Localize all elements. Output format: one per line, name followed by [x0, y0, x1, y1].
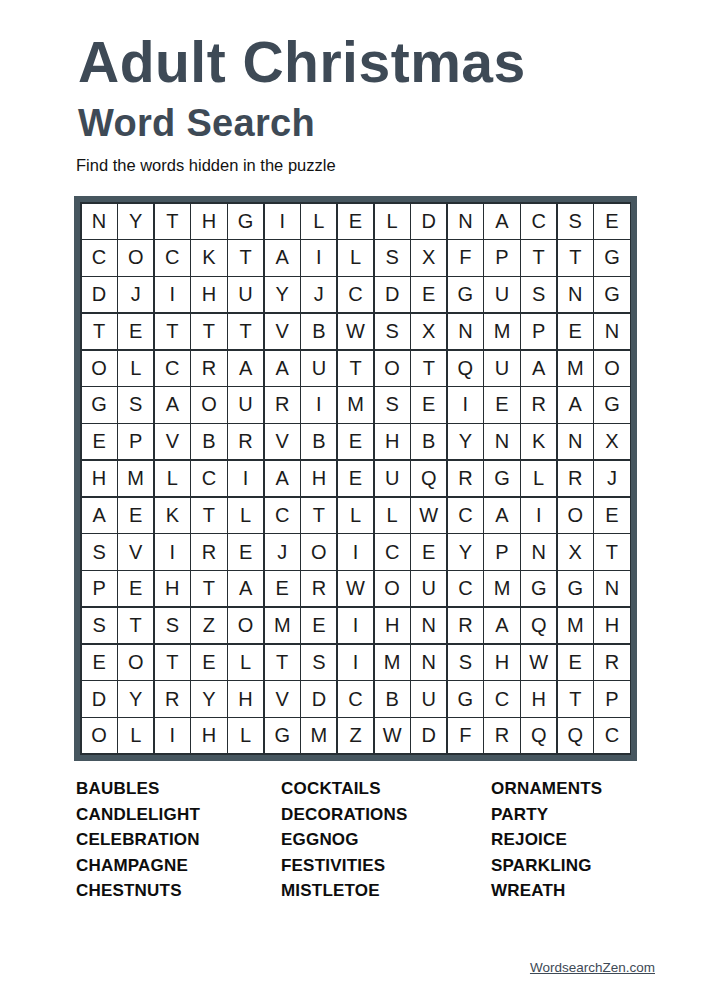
grid-cell[interactable]: U	[228, 387, 263, 422]
grid-cell[interactable]: I	[155, 534, 190, 569]
grid-cell[interactable]: T	[594, 534, 629, 569]
word-list-item: CELEBRATION	[76, 827, 281, 853]
word-grid: NYTHGILELDNACSECOCKTAILSXFPTTGDJIHUYJCDE…	[80, 202, 631, 755]
grid-cell[interactable]: F	[448, 718, 483, 753]
grid-cell[interactable]: X	[558, 534, 593, 569]
grid-cell[interactable]: E	[118, 314, 153, 349]
grid-cell[interactable]: E	[594, 498, 629, 533]
grid-cell[interactable]: N	[594, 314, 629, 349]
grid-cell[interactable]: A	[228, 571, 263, 606]
grid-cell[interactable]: I	[155, 277, 190, 312]
grid-cell[interactable]: D	[411, 204, 446, 239]
grid-cell[interactable]: J	[301, 277, 336, 312]
grid-cell[interactable]: U	[301, 351, 336, 386]
grid-cell[interactable]: T	[411, 351, 446, 386]
grid-cell[interactable]: M	[301, 718, 336, 753]
grid-cell[interactable]: B	[191, 424, 226, 459]
grid-cell[interactable]: L	[228, 645, 263, 680]
grid-cell[interactable]: C	[82, 240, 117, 275]
grid-cell[interactable]: U	[411, 571, 446, 606]
grid-cell[interactable]: R	[301, 571, 336, 606]
grid-cell[interactable]: H	[484, 645, 519, 680]
grid-cell[interactable]: H	[375, 608, 410, 643]
grid-cell[interactable]: I	[338, 645, 373, 680]
grid-cell[interactable]: Y	[265, 277, 300, 312]
grid-cell[interactable]: O	[375, 571, 410, 606]
grid-cell[interactable]: H	[155, 571, 190, 606]
grid-cell[interactable]: W	[375, 718, 410, 753]
grid-cell[interactable]: D	[82, 681, 117, 716]
grid-cell[interactable]: A	[155, 387, 190, 422]
grid-cell[interactable]: I	[338, 608, 373, 643]
grid-cell[interactable]: N	[411, 645, 446, 680]
grid-cell[interactable]: C	[375, 534, 410, 569]
grid-cell[interactable]: L	[118, 718, 153, 753]
grid-cell[interactable]: Q	[558, 718, 593, 753]
grid-cell[interactable]: T	[82, 314, 117, 349]
grid-cell[interactable]: M	[558, 608, 593, 643]
grid-cell[interactable]: R	[484, 718, 519, 753]
grid-cell[interactable]: O	[558, 498, 593, 533]
grid-cell[interactable]: V	[265, 424, 300, 459]
grid-cell[interactable]: K	[191, 240, 226, 275]
grid-cell[interactable]: C	[265, 498, 300, 533]
grid-cell[interactable]: S	[521, 277, 556, 312]
grid-cell[interactable]: A	[228, 351, 263, 386]
grid-cell[interactable]: N	[521, 534, 556, 569]
grid-cell[interactable]: E	[558, 314, 593, 349]
grid-cell[interactable]: H	[228, 681, 263, 716]
grid-cell[interactable]: I	[228, 461, 263, 496]
word-list-column: COCKTAILSDECORATIONSEGGNOGFESTIVITIESMIS…	[281, 776, 491, 904]
grid-cell[interactable]: N	[82, 204, 117, 239]
grid-cell[interactable]: H	[521, 681, 556, 716]
grid-cell[interactable]: U	[484, 277, 519, 312]
word-list: BAUBLESCANDLELIGHTCELEBRATIONCHAMPAGNECH…	[76, 776, 656, 904]
grid-cell[interactable]: S	[558, 204, 593, 239]
grid-cell[interactable]: E	[338, 424, 373, 459]
grid-cell[interactable]: V	[155, 424, 190, 459]
grid-cell[interactable]: E	[265, 571, 300, 606]
grid-cell[interactable]: W	[411, 498, 446, 533]
grid-cell[interactable]: T	[521, 240, 556, 275]
grid-cell[interactable]: I	[265, 204, 300, 239]
word-list-item: ORNAMENTS	[491, 776, 656, 802]
grid-cell[interactable]: M	[265, 608, 300, 643]
grid-cell[interactable]: L	[521, 461, 556, 496]
grid-cell[interactable]: B	[301, 314, 336, 349]
grid-cell[interactable]: Q	[521, 608, 556, 643]
grid-cell[interactable]: N	[448, 204, 483, 239]
grid-cell[interactable]: U	[411, 681, 446, 716]
grid-cell[interactable]: T	[191, 498, 226, 533]
grid-cell[interactable]: L	[375, 204, 410, 239]
grid-cell[interactable]: B	[375, 681, 410, 716]
grid-cell[interactable]: L	[338, 498, 373, 533]
grid-cell[interactable]: P	[118, 424, 153, 459]
grid-cell[interactable]: L	[228, 718, 263, 753]
word-list-item: PARTY	[491, 802, 656, 828]
grid-cell[interactable]: E	[411, 534, 446, 569]
grid-cell[interactable]: T	[558, 681, 593, 716]
grid-cell[interactable]: A	[558, 387, 593, 422]
grid-cell[interactable]: D	[82, 277, 117, 312]
grid-cell[interactable]: E	[82, 645, 117, 680]
grid-cell[interactable]: R	[448, 608, 483, 643]
grid-cell[interactable]: O	[82, 718, 117, 753]
grid-cell[interactable]: I	[301, 240, 336, 275]
grid-cell[interactable]: A	[521, 351, 556, 386]
word-list-item: FESTIVITIES	[281, 853, 491, 879]
grid-cell[interactable]: Y	[448, 424, 483, 459]
grid-cell[interactable]: E	[411, 277, 446, 312]
grid-cell[interactable]: J	[594, 461, 629, 496]
grid-cell[interactable]: S	[155, 608, 190, 643]
footer-link[interactable]: WordsearchZen.com	[530, 960, 655, 975]
grid-cell[interactable]: P	[594, 681, 629, 716]
grid-cell[interactable]: I	[155, 718, 190, 753]
grid-cell[interactable]: O	[375, 351, 410, 386]
grid-cell[interactable]: C	[521, 204, 556, 239]
grid-cell[interactable]: C	[338, 681, 373, 716]
grid-cell[interactable]: H	[594, 608, 629, 643]
grid-cell[interactable]: L	[301, 204, 336, 239]
grid-cell[interactable]: S	[82, 608, 117, 643]
grid-cell[interactable]: K	[155, 498, 190, 533]
word-list-item: REJOICE	[491, 827, 656, 853]
grid-cell[interactable]: P	[521, 314, 556, 349]
grid-cell[interactable]: S	[375, 240, 410, 275]
word-list-item: EGGNOG	[281, 827, 491, 853]
grid-cell[interactable]: S	[375, 314, 410, 349]
grid-cell[interactable]: E	[338, 204, 373, 239]
grid-cell[interactable]: L	[338, 240, 373, 275]
grid-cell[interactable]: M	[484, 571, 519, 606]
grid-cell[interactable]: I	[338, 534, 373, 569]
word-list-item: MISTLETOE	[281, 878, 491, 904]
grid-cell[interactable]: A	[265, 461, 300, 496]
worksheet-header: Adult Christmas Word Search Find the wor…	[0, 0, 707, 175]
grid-cell[interactable]: A	[484, 204, 519, 239]
grid-cell[interactable]: D	[411, 718, 446, 753]
word-grid-frame: NYTHGILELDNACSECOCKTAILSXFPTTGDJIHUYJCDE…	[74, 196, 637, 761]
grid-cell[interactable]: S	[301, 645, 336, 680]
grid-cell[interactable]: P	[82, 571, 117, 606]
grid-cell[interactable]: T	[191, 314, 226, 349]
grid-cell[interactable]: V	[265, 314, 300, 349]
grid-cell[interactable]: T	[558, 240, 593, 275]
grid-cell[interactable]: M	[338, 387, 373, 422]
grid-cell[interactable]: C	[338, 277, 373, 312]
grid-cell[interactable]: E	[594, 204, 629, 239]
grid-cell[interactable]: G	[484, 461, 519, 496]
page-title: Adult Christmas	[78, 34, 707, 91]
grid-cell[interactable]: O	[191, 387, 226, 422]
grid-cell[interactable]: N	[484, 424, 519, 459]
grid-cell[interactable]: I	[448, 387, 483, 422]
grid-cell[interactable]: X	[411, 240, 446, 275]
grid-cell[interactable]: M	[375, 645, 410, 680]
grid-cell[interactable]: C	[448, 498, 483, 533]
grid-cell[interactable]: C	[594, 718, 629, 753]
grid-cell[interactable]: G	[594, 387, 629, 422]
grid-cell[interactable]: E	[118, 571, 153, 606]
grid-cell[interactable]: Y	[118, 681, 153, 716]
grid-cell[interactable]: A	[265, 351, 300, 386]
grid-cell[interactable]: R	[448, 461, 483, 496]
grid-cell[interactable]: A	[484, 498, 519, 533]
grid-cell[interactable]: O	[82, 351, 117, 386]
grid-cell[interactable]: E	[82, 424, 117, 459]
grid-cell[interactable]: G	[521, 571, 556, 606]
grid-cell[interactable]: H	[375, 424, 410, 459]
grid-cell[interactable]: G	[265, 718, 300, 753]
grid-cell[interactable]: T	[338, 351, 373, 386]
grid-cell[interactable]: L	[228, 498, 263, 533]
grid-cell[interactable]: C	[191, 461, 226, 496]
grid-cell[interactable]: C	[155, 240, 190, 275]
grid-cell[interactable]: T	[265, 645, 300, 680]
grid-cell[interactable]: P	[484, 534, 519, 569]
grid-cell[interactable]: E	[228, 534, 263, 569]
grid-cell[interactable]: N	[594, 571, 629, 606]
grid-cell[interactable]: Z	[338, 718, 373, 753]
grid-cell[interactable]: X	[594, 424, 629, 459]
grid-cell[interactable]: Q	[521, 718, 556, 753]
grid-cell[interactable]: W	[338, 314, 373, 349]
grid-cell[interactable]: N	[411, 608, 446, 643]
word-list-item: COCKTAILS	[281, 776, 491, 802]
grid-cell[interactable]: V	[265, 681, 300, 716]
grid-cell[interactable]: T	[228, 240, 263, 275]
grid-cell[interactable]: O	[594, 351, 629, 386]
grid-cell[interactable]: A	[484, 608, 519, 643]
grid-cell[interactable]: H	[191, 718, 226, 753]
grid-cell[interactable]: G	[594, 240, 629, 275]
word-list-item: WREATH	[491, 878, 656, 904]
grid-cell[interactable]: Y	[118, 204, 153, 239]
word-list-item: BAUBLES	[76, 776, 281, 802]
grid-cell[interactable]: C	[448, 571, 483, 606]
grid-cell[interactable]: S	[375, 387, 410, 422]
grid-cell[interactable]: Q	[448, 351, 483, 386]
grid-cell[interactable]: R	[521, 387, 556, 422]
grid-cell[interactable]: Y	[191, 681, 226, 716]
grid-cell[interactable]: I	[301, 387, 336, 422]
grid-cell[interactable]: R	[155, 681, 190, 716]
grid-cell[interactable]: O	[118, 645, 153, 680]
grid-cell[interactable]: T	[228, 314, 263, 349]
grid-cell[interactable]: L	[118, 351, 153, 386]
grid-cell[interactable]: I	[521, 498, 556, 533]
grid-cell[interactable]: J	[118, 277, 153, 312]
grid-cell[interactable]: N	[448, 314, 483, 349]
grid-cell[interactable]: K	[521, 424, 556, 459]
page-subtitle: Word Search	[78, 104, 707, 142]
grid-cell[interactable]: G	[82, 387, 117, 422]
grid-cell[interactable]: C	[155, 351, 190, 386]
grid-cell[interactable]: Q	[411, 461, 446, 496]
grid-cell[interactable]: T	[155, 314, 190, 349]
grid-cell[interactable]: O	[118, 240, 153, 275]
grid-cell[interactable]: E	[411, 387, 446, 422]
grid-cell[interactable]: E	[338, 461, 373, 496]
word-list-item: DECORATIONS	[281, 802, 491, 828]
grid-cell[interactable]: A	[265, 240, 300, 275]
grid-cell[interactable]: G	[448, 681, 483, 716]
grid-cell[interactable]: V	[118, 534, 153, 569]
grid-cell[interactable]: D	[301, 681, 336, 716]
grid-cell[interactable]: H	[301, 461, 336, 496]
grid-cell[interactable]: J	[265, 534, 300, 569]
grid-cell[interactable]: R	[228, 424, 263, 459]
grid-cell[interactable]: X	[411, 314, 446, 349]
word-list-item: CHESTNUTS	[76, 878, 281, 904]
grid-cell[interactable]: R	[558, 461, 593, 496]
grid-cell[interactable]: H	[191, 204, 226, 239]
grid-cell[interactable]: E	[484, 387, 519, 422]
grid-cell[interactable]: O	[301, 534, 336, 569]
grid-cell[interactable]: H	[191, 277, 226, 312]
grid-cell[interactable]: N	[558, 277, 593, 312]
grid-cell[interactable]: T	[191, 571, 226, 606]
grid-cell[interactable]: R	[191, 351, 226, 386]
grid-cell[interactable]: M	[558, 351, 593, 386]
grid-cell[interactable]: F	[448, 240, 483, 275]
grid-cell[interactable]: W	[521, 645, 556, 680]
word-list-item: CHAMPAGNE	[76, 853, 281, 879]
grid-cell[interactable]: L	[375, 498, 410, 533]
grid-cell[interactable]: Z	[191, 608, 226, 643]
grid-cell[interactable]: G	[558, 571, 593, 606]
grid-cell[interactable]: W	[338, 571, 373, 606]
grid-cell[interactable]: T	[301, 498, 336, 533]
grid-cell[interactable]: U	[484, 351, 519, 386]
grid-cell[interactable]: B	[411, 424, 446, 459]
grid-cell[interactable]: D	[375, 277, 410, 312]
grid-cell[interactable]: G	[448, 277, 483, 312]
grid-cell[interactable]: E	[191, 645, 226, 680]
word-list-item: CANDLELIGHT	[76, 802, 281, 828]
word-list-column: ORNAMENTSPARTYREJOICESPARKLINGWREATH	[491, 776, 656, 904]
grid-cell[interactable]: T	[118, 608, 153, 643]
grid-cell[interactable]: U	[228, 277, 263, 312]
word-list-column: BAUBLESCANDLELIGHTCELEBRATIONCHAMPAGNECH…	[76, 776, 281, 904]
grid-cell[interactable]: T	[155, 645, 190, 680]
grid-cell[interactable]: H	[82, 461, 117, 496]
grid-cell[interactable]: E	[118, 498, 153, 533]
grid-cell[interactable]: G	[228, 204, 263, 239]
grid-cell[interactable]: Y	[448, 534, 483, 569]
grid-cell[interactable]: S	[82, 534, 117, 569]
grid-cell[interactable]: E	[301, 608, 336, 643]
grid-cell[interactable]: L	[155, 461, 190, 496]
grid-cell[interactable]: M	[484, 314, 519, 349]
grid-cell[interactable]: M	[118, 461, 153, 496]
grid-cell[interactable]: R	[191, 534, 226, 569]
grid-cell[interactable]: R	[265, 387, 300, 422]
puzzle-instruction: Find the words hidden in the puzzle	[76, 156, 707, 175]
grid-cell[interactable]: A	[82, 498, 117, 533]
word-list-item: SPARKLING	[491, 853, 656, 879]
grid-cell[interactable]: P	[484, 240, 519, 275]
grid-cell[interactable]: U	[375, 461, 410, 496]
grid-cell[interactable]: C	[484, 681, 519, 716]
grid-cell[interactable]: S	[118, 387, 153, 422]
grid-cell[interactable]: G	[594, 277, 629, 312]
grid-cell[interactable]: T	[155, 204, 190, 239]
grid-cell[interactable]: N	[558, 424, 593, 459]
grid-cell[interactable]: E	[558, 645, 593, 680]
grid-cell[interactable]: B	[301, 424, 336, 459]
grid-cell[interactable]: S	[448, 645, 483, 680]
grid-cell[interactable]: O	[228, 608, 263, 643]
grid-cell[interactable]: R	[594, 645, 629, 680]
